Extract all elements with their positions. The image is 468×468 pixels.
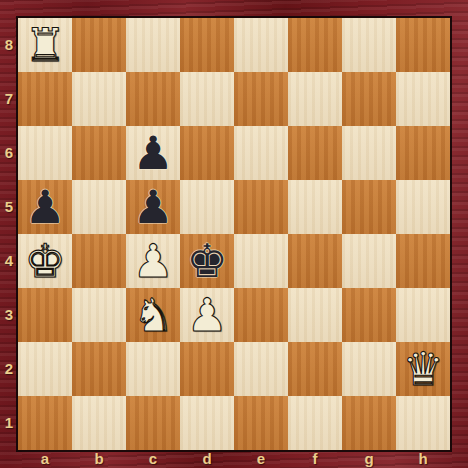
square-a8[interactable]: ♜ [18, 18, 72, 72]
square-f8[interactable] [288, 18, 342, 72]
rank-labels: 87654321 [0, 18, 18, 450]
square-c6[interactable]: ♟ [126, 126, 180, 180]
square-a4[interactable]: ♚ [18, 234, 72, 288]
square-a5[interactable]: ♟ [18, 180, 72, 234]
square-e7[interactable] [234, 72, 288, 126]
square-e2[interactable] [234, 342, 288, 396]
file-label-e: e [234, 450, 288, 468]
square-e4[interactable] [234, 234, 288, 288]
white-queen: ♛ [396, 342, 450, 396]
square-a1[interactable] [18, 396, 72, 450]
square-h4[interactable] [396, 234, 450, 288]
square-g6[interactable] [342, 126, 396, 180]
square-b3[interactable] [72, 288, 126, 342]
square-f6[interactable] [288, 126, 342, 180]
square-f4[interactable] [288, 234, 342, 288]
square-f7[interactable] [288, 72, 342, 126]
square-e8[interactable] [234, 18, 288, 72]
file-label-c: c [126, 450, 180, 468]
square-d8[interactable] [180, 18, 234, 72]
square-g5[interactable] [342, 180, 396, 234]
square-b5[interactable] [72, 180, 126, 234]
square-b1[interactable] [72, 396, 126, 450]
rank-label-5: 5 [0, 180, 18, 234]
square-g1[interactable] [342, 396, 396, 450]
square-f3[interactable] [288, 288, 342, 342]
square-c2[interactable] [126, 342, 180, 396]
square-g8[interactable] [342, 18, 396, 72]
square-b6[interactable] [72, 126, 126, 180]
rank-label-2: 2 [0, 342, 18, 396]
white-king: ♚ [18, 234, 72, 288]
square-d7[interactable] [180, 72, 234, 126]
square-f5[interactable] [288, 180, 342, 234]
white-pawn: ♟ [126, 234, 180, 288]
square-a6[interactable] [18, 126, 72, 180]
square-e5[interactable] [234, 180, 288, 234]
square-f2[interactable] [288, 342, 342, 396]
square-e6[interactable] [234, 126, 288, 180]
square-e3[interactable] [234, 288, 288, 342]
black-pawn: ♟ [18, 180, 72, 234]
square-c1[interactable] [126, 396, 180, 450]
rank-label-8: 8 [0, 18, 18, 72]
square-c4[interactable]: ♟ [126, 234, 180, 288]
square-c5[interactable]: ♟ [126, 180, 180, 234]
square-d2[interactable] [180, 342, 234, 396]
square-c8[interactable] [126, 18, 180, 72]
square-b8[interactable] [72, 18, 126, 72]
white-pawn: ♟ [180, 288, 234, 342]
square-c7[interactable] [126, 72, 180, 126]
black-pawn: ♟ [126, 180, 180, 234]
file-label-f: f [288, 450, 342, 468]
white-rook: ♜ [18, 18, 72, 72]
square-d4[interactable]: ♚ [180, 234, 234, 288]
square-e1[interactable] [234, 396, 288, 450]
rank-label-6: 6 [0, 126, 18, 180]
rank-label-7: 7 [0, 72, 18, 126]
rank-label-4: 4 [0, 234, 18, 288]
chess-board-frame: 87654321 ♜♟♟♟♚♟♚♞♟♛ abcdefgh [0, 0, 468, 468]
square-h1[interactable] [396, 396, 450, 450]
rank-label-3: 3 [0, 288, 18, 342]
square-h6[interactable] [396, 126, 450, 180]
square-h5[interactable] [396, 180, 450, 234]
file-label-a: a [18, 450, 72, 468]
square-c3[interactable]: ♞ [126, 288, 180, 342]
square-g3[interactable] [342, 288, 396, 342]
file-label-h: h [396, 450, 450, 468]
square-a7[interactable] [18, 72, 72, 126]
square-b4[interactable] [72, 234, 126, 288]
black-pawn: ♟ [126, 126, 180, 180]
square-b7[interactable] [72, 72, 126, 126]
square-g4[interactable] [342, 234, 396, 288]
file-label-b: b [72, 450, 126, 468]
square-h7[interactable] [396, 72, 450, 126]
square-a2[interactable] [18, 342, 72, 396]
square-d6[interactable] [180, 126, 234, 180]
square-h2[interactable]: ♛ [396, 342, 450, 396]
square-b2[interactable] [72, 342, 126, 396]
square-a3[interactable] [18, 288, 72, 342]
chess-board: ♜♟♟♟♚♟♚♞♟♛ [18, 18, 450, 450]
square-d1[interactable] [180, 396, 234, 450]
square-d5[interactable] [180, 180, 234, 234]
square-g7[interactable] [342, 72, 396, 126]
rank-label-1: 1 [0, 396, 18, 450]
square-h8[interactable] [396, 18, 450, 72]
square-f1[interactable] [288, 396, 342, 450]
file-labels: abcdefgh [18, 450, 450, 468]
square-g2[interactable] [342, 342, 396, 396]
square-h3[interactable] [396, 288, 450, 342]
black-king: ♚ [180, 234, 234, 288]
square-d3[interactable]: ♟ [180, 288, 234, 342]
file-label-g: g [342, 450, 396, 468]
file-label-d: d [180, 450, 234, 468]
white-knight: ♞ [126, 288, 180, 342]
